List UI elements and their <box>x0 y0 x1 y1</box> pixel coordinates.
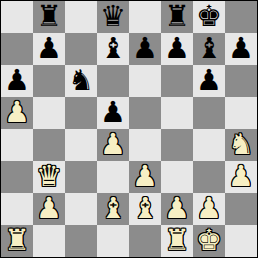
piece-white-rook[interactable]: ♜ <box>164 226 190 255</box>
square-d8[interactable]: ♛ <box>97 1 129 33</box>
square-h1[interactable] <box>225 225 257 257</box>
square-g6[interactable]: ♟ <box>193 65 225 97</box>
square-g4[interactable] <box>193 129 225 161</box>
square-a8[interactable] <box>1 1 33 33</box>
square-d5[interactable]: ♟ <box>97 97 129 129</box>
piece-black-pawn[interactable]: ♟ <box>164 34 190 63</box>
square-h4[interactable]: ♞ <box>225 129 257 161</box>
square-b8[interactable]: ♜ <box>33 1 65 33</box>
square-g7[interactable]: ♝ <box>193 33 225 65</box>
piece-black-knight[interactable]: ♞ <box>68 66 94 95</box>
piece-black-rook[interactable]: ♜ <box>164 2 190 31</box>
square-f6[interactable] <box>161 65 193 97</box>
square-d2[interactable]: ♝ <box>97 193 129 225</box>
square-d7[interactable]: ♝ <box>97 33 129 65</box>
piece-black-pawn[interactable]: ♟ <box>36 34 62 63</box>
piece-black-bishop[interactable]: ♝ <box>100 34 126 63</box>
square-a5[interactable]: ♟ <box>1 97 33 129</box>
square-h2[interactable] <box>225 193 257 225</box>
square-h3[interactable]: ♟ <box>225 161 257 193</box>
piece-black-queen[interactable]: ♛ <box>100 2 126 31</box>
piece-white-bishop[interactable]: ♝ <box>132 194 158 223</box>
square-c3[interactable] <box>65 161 97 193</box>
piece-black-pawn[interactable]: ♟ <box>4 66 30 95</box>
piece-white-pawn[interactable]: ♟ <box>132 162 158 191</box>
piece-white-pawn[interactable]: ♟ <box>164 194 190 223</box>
square-g3[interactable] <box>193 161 225 193</box>
square-f3[interactable] <box>161 161 193 193</box>
square-e3[interactable]: ♟ <box>129 161 161 193</box>
square-b6[interactable] <box>33 65 65 97</box>
piece-white-pawn[interactable]: ♟ <box>196 194 222 223</box>
square-e8[interactable] <box>129 1 161 33</box>
square-b1[interactable] <box>33 225 65 257</box>
square-c7[interactable] <box>65 33 97 65</box>
square-e5[interactable] <box>129 97 161 129</box>
square-b2[interactable]: ♟ <box>33 193 65 225</box>
square-e4[interactable] <box>129 129 161 161</box>
square-d6[interactable] <box>97 65 129 97</box>
piece-black-king[interactable]: ♚ <box>196 2 222 31</box>
square-e2[interactable]: ♝ <box>129 193 161 225</box>
square-a6[interactable]: ♟ <box>1 65 33 97</box>
piece-white-pawn[interactable]: ♟ <box>36 194 62 223</box>
square-g5[interactable] <box>193 97 225 129</box>
piece-white-pawn[interactable]: ♟ <box>228 162 254 191</box>
square-g1[interactable]: ♚ <box>193 225 225 257</box>
square-e6[interactable] <box>129 65 161 97</box>
square-f8[interactable]: ♜ <box>161 1 193 33</box>
square-e7[interactable]: ♟ <box>129 33 161 65</box>
square-c5[interactable] <box>65 97 97 129</box>
square-d4[interactable]: ♟ <box>97 129 129 161</box>
piece-black-rook[interactable]: ♜ <box>36 2 62 31</box>
square-f4[interactable] <box>161 129 193 161</box>
square-f5[interactable] <box>161 97 193 129</box>
square-f1[interactable]: ♜ <box>161 225 193 257</box>
piece-white-rook[interactable]: ♜ <box>4 226 30 255</box>
square-a1[interactable]: ♜ <box>1 225 33 257</box>
square-f7[interactable]: ♟ <box>161 33 193 65</box>
square-d1[interactable] <box>97 225 129 257</box>
square-c4[interactable] <box>65 129 97 161</box>
square-e1[interactable] <box>129 225 161 257</box>
square-c8[interactable] <box>65 1 97 33</box>
piece-black-pawn[interactable]: ♟ <box>196 66 222 95</box>
piece-white-bishop[interactable]: ♝ <box>100 194 126 223</box>
square-f2[interactable]: ♟ <box>161 193 193 225</box>
square-b4[interactable] <box>33 129 65 161</box>
square-h6[interactable] <box>225 65 257 97</box>
square-b7[interactable]: ♟ <box>33 33 65 65</box>
chess-board: ♜♛♜♚♟♝♟♟♝♟♟♞♟♟♟♟♞♛♟♟♟♝♝♟♟♜♜♚ <box>0 0 258 258</box>
square-c6[interactable]: ♞ <box>65 65 97 97</box>
square-g2[interactable]: ♟ <box>193 193 225 225</box>
piece-black-bishop[interactable]: ♝ <box>196 34 222 63</box>
piece-white-pawn[interactable]: ♟ <box>100 130 126 159</box>
square-h7[interactable]: ♟ <box>225 33 257 65</box>
square-b5[interactable] <box>33 97 65 129</box>
square-a3[interactable] <box>1 161 33 193</box>
square-h8[interactable] <box>225 1 257 33</box>
piece-white-king[interactable]: ♚ <box>196 226 222 255</box>
piece-black-pawn[interactable]: ♟ <box>132 34 158 63</box>
square-g8[interactable]: ♚ <box>193 1 225 33</box>
piece-black-pawn[interactable]: ♟ <box>228 34 254 63</box>
square-d3[interactable] <box>97 161 129 193</box>
square-h5[interactable] <box>225 97 257 129</box>
piece-white-knight[interactable]: ♞ <box>228 130 254 159</box>
piece-white-queen[interactable]: ♛ <box>36 162 62 191</box>
square-c2[interactable] <box>65 193 97 225</box>
piece-black-pawn[interactable]: ♟ <box>100 98 126 127</box>
square-a7[interactable] <box>1 33 33 65</box>
piece-white-pawn[interactable]: ♟ <box>4 98 30 127</box>
square-c1[interactable] <box>65 225 97 257</box>
square-a4[interactable] <box>1 129 33 161</box>
square-a2[interactable] <box>1 193 33 225</box>
square-b3[interactable]: ♛ <box>33 161 65 193</box>
